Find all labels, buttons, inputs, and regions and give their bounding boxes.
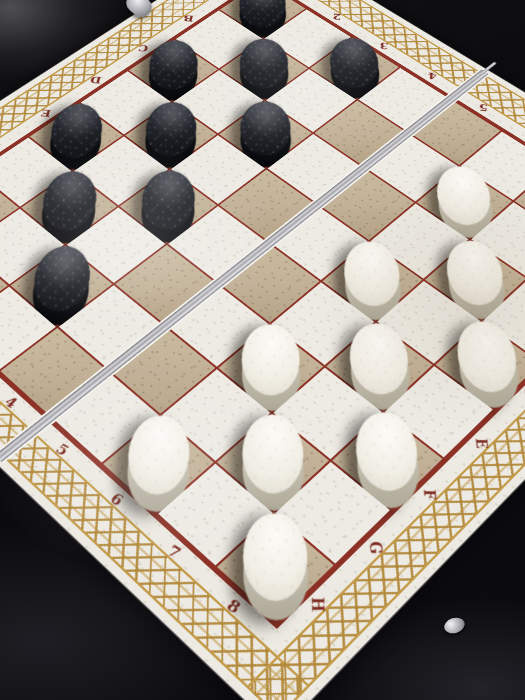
black-cloth-background: 12345678 12345678 ABCDEFGH ABCDEFGH <box>0 0 525 700</box>
checkers-board: 12345678 12345678 ABCDEFGH ABCDEFGH <box>0 0 525 700</box>
latch-knob <box>442 615 467 636</box>
